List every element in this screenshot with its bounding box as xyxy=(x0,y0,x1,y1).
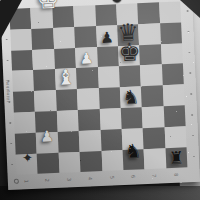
square-r8c2[interactable] xyxy=(37,152,59,174)
square-r7c3[interactable] xyxy=(58,131,80,153)
right-border-tick xyxy=(187,31,189,33)
square-r2c4[interactable] xyxy=(74,26,96,48)
square-r2c8[interactable] xyxy=(160,22,182,44)
right-border-tick xyxy=(192,135,194,137)
square-r6c5[interactable] xyxy=(99,108,121,130)
piece-wP[interactable]: ♟ xyxy=(75,51,97,67)
left-border-tick xyxy=(10,143,12,145)
piece-bR[interactable]: ♜ xyxy=(165,150,187,168)
board-brand-text: (illegible) xyxy=(5,79,10,102)
square-r5c3[interactable] xyxy=(56,89,78,111)
square-r2c3[interactable] xyxy=(53,27,75,49)
left-border-tick xyxy=(7,60,9,62)
piece-wP[interactable]: ♟ xyxy=(36,128,58,144)
left-border-tick xyxy=(6,39,8,41)
file-label-6: 6 xyxy=(130,175,136,178)
left-border-tick xyxy=(9,122,11,124)
square-r4c4[interactable] xyxy=(76,67,98,89)
square-r8c5[interactable] xyxy=(101,150,123,172)
square-r4c2[interactable] xyxy=(33,69,55,91)
square-r8c8[interactable]: ♜ xyxy=(165,147,187,169)
square-r6c4[interactable] xyxy=(78,109,100,131)
piece-bK[interactable]: ♚ xyxy=(118,40,140,66)
square-r8c3[interactable] xyxy=(58,152,80,174)
offboard-black-piece[interactable] xyxy=(112,0,122,2)
square-r6c3[interactable] xyxy=(57,110,79,132)
square-r1c7[interactable] xyxy=(138,2,160,24)
right-border-tick xyxy=(189,72,191,74)
piece-bP[interactable]: ♟ xyxy=(96,30,118,46)
square-r5c8[interactable] xyxy=(163,85,185,107)
file-label-1: 1 xyxy=(23,180,29,183)
board-frame: ♟♛♟♚♝♞♟✦✦♞♜ (illegible) ♚ 12345678 xyxy=(0,0,200,190)
right-border-tick xyxy=(193,156,195,158)
square-r6c6[interactable] xyxy=(121,107,143,129)
square-r7c2[interactable]: ♟ xyxy=(36,132,58,154)
square-r5c4[interactable] xyxy=(77,88,99,110)
left-border-tick xyxy=(7,80,9,82)
left-border-tick xyxy=(8,101,10,103)
square-r3c7[interactable] xyxy=(139,44,161,66)
board-emblem-icon: ✦ xyxy=(21,152,33,164)
right-border-tick xyxy=(191,114,193,116)
file-label-8: 8 xyxy=(173,173,179,176)
square-r3c1[interactable] xyxy=(11,49,33,71)
square-r6c7[interactable] xyxy=(142,106,164,128)
square-r4c5[interactable] xyxy=(98,67,120,89)
piece-bN[interactable]: ♞ xyxy=(120,87,142,107)
square-r3c5[interactable] xyxy=(97,46,119,68)
right-border-tick xyxy=(187,10,189,12)
board-emblem-icon: ✦✦ xyxy=(16,147,38,169)
square-r2c5[interactable]: ♟ xyxy=(96,25,118,47)
square-r3c2[interactable] xyxy=(33,49,55,71)
square-r2c7[interactable] xyxy=(138,23,160,45)
square-r6c8[interactable] xyxy=(163,105,185,127)
square-r5c2[interactable] xyxy=(34,90,56,112)
square-r1c4[interactable] xyxy=(73,5,95,27)
right-border-tick xyxy=(188,52,190,54)
board-grid: ♟♛♟♚♝♞♟✦✦♞♜ xyxy=(9,1,187,175)
square-r5c5[interactable] xyxy=(98,87,120,109)
offboard-white-king[interactable]: ♚ xyxy=(35,0,60,13)
border-logo-icon xyxy=(14,179,19,184)
square-r4c6[interactable] xyxy=(119,66,141,88)
square-r8c6[interactable]: ♞ xyxy=(123,149,145,171)
square-r6c1[interactable] xyxy=(14,112,36,134)
square-r1c5[interactable] xyxy=(95,4,117,26)
file-label-7: 7 xyxy=(152,174,158,177)
square-r8c7[interactable] xyxy=(144,148,166,170)
square-r8c1[interactable]: ✦✦ xyxy=(16,153,38,175)
square-r4c7[interactable] xyxy=(140,65,162,87)
square-r1c8[interactable] xyxy=(159,1,181,23)
square-r3c8[interactable] xyxy=(161,43,183,65)
square-r7c4[interactable] xyxy=(79,130,101,152)
square-r2c1[interactable] xyxy=(10,29,32,51)
file-label-5: 5 xyxy=(109,176,115,179)
square-r3c6[interactable]: ♚ xyxy=(118,45,140,67)
square-r7c7[interactable] xyxy=(143,127,165,149)
file-label-2: 2 xyxy=(45,179,51,182)
square-r4c3[interactable]: ♝ xyxy=(55,68,77,90)
right-border-tick xyxy=(190,93,192,95)
square-r4c8[interactable] xyxy=(162,64,184,86)
left-border-tick xyxy=(11,163,13,165)
square-r3c4[interactable]: ♟ xyxy=(75,47,97,69)
square-r7c5[interactable] xyxy=(100,129,122,151)
square-r5c7[interactable] xyxy=(141,85,163,107)
chessboard-photo: ♟♛♟♚♝♞♟✦✦♞♜ (illegible) ♚ 12345678 xyxy=(0,0,200,200)
square-r8c4[interactable] xyxy=(80,151,102,173)
square-r4c1[interactable] xyxy=(12,70,34,92)
piece-bN[interactable]: ♞ xyxy=(122,142,144,162)
square-r2c2[interactable] xyxy=(32,28,54,50)
square-r5c1[interactable] xyxy=(13,91,35,113)
piece-wB[interactable]: ♝ xyxy=(55,67,77,89)
square-r7c8[interactable] xyxy=(164,126,186,148)
file-label-4: 4 xyxy=(87,177,93,180)
file-label-3: 3 xyxy=(66,178,72,181)
square-r5c6[interactable]: ♞ xyxy=(120,86,142,108)
